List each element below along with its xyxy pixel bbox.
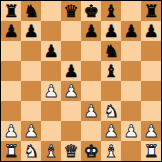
square-b2[interactable]: ♟ [21,121,41,141]
white-pawn-icon: ♟ [63,81,78,101]
white-pawn-icon: ♟ [3,121,18,141]
square-g2[interactable]: ♟ [121,121,141,141]
square-c7[interactable] [41,21,61,41]
square-f6[interactable]: ♞ [101,41,121,61]
black-knight-icon: ♞ [23,1,38,21]
square-a7[interactable]: ♟ [1,21,21,41]
square-h4[interactable] [141,81,161,101]
white-rook-icon: ♜ [3,141,18,161]
square-g3[interactable] [121,101,141,121]
square-c4[interactable]: ♟ [41,81,61,101]
square-h2[interactable]: ♟ [141,121,161,141]
square-h7[interactable]: ♟ [141,21,161,41]
square-b6[interactable] [21,41,41,61]
square-a6[interactable] [1,41,21,61]
square-b5[interactable] [21,61,41,81]
black-knight-icon: ♞ [103,41,118,61]
black-rook-icon: ♜ [143,1,158,21]
square-d2[interactable] [61,121,81,141]
square-d5[interactable]: ♟ [61,61,81,81]
square-f4[interactable] [101,81,121,101]
white-rook-icon: ♜ [143,141,158,161]
square-h3[interactable] [141,101,161,121]
square-e4[interactable] [81,81,101,101]
black-pawn-icon: ♟ [63,61,78,81]
square-d1[interactable]: ♛ [61,141,81,161]
white-pawn-icon: ♟ [43,81,58,101]
white-queen-icon: ♛ [63,141,78,161]
white-king-icon: ♚ [83,141,98,161]
square-g1[interactable] [121,141,141,161]
square-f1[interactable]: ♝ [101,141,121,161]
black-pawn-icon: ♟ [43,41,58,61]
square-h6[interactable] [141,41,161,61]
square-f7[interactable]: ♟ [101,21,121,41]
square-b8[interactable]: ♞ [21,1,41,21]
square-e8[interactable]: ♚ [81,1,101,21]
chess-board: ♜♞♛♚♝♜♟♟♟♟♟♟♟♞♟♝♟♟♟♞♟♟♟♟♟♜♞♝♛♚♝♜ [0,0,162,162]
white-bishop-icon: ♝ [103,141,118,161]
square-g7[interactable]: ♟ [121,21,141,41]
square-c2[interactable] [41,121,61,141]
square-h1[interactable]: ♜ [141,141,161,161]
black-rook-icon: ♜ [3,1,18,21]
black-pawn-icon: ♟ [83,21,98,41]
square-e3[interactable]: ♟ [81,101,101,121]
white-knight-icon: ♞ [23,141,38,161]
square-g8[interactable] [121,1,141,21]
white-pawn-icon: ♟ [83,101,98,121]
white-pawn-icon: ♟ [143,121,158,141]
square-a2[interactable]: ♟ [1,121,21,141]
square-a1[interactable]: ♜ [1,141,21,161]
white-pawn-icon: ♟ [23,121,38,141]
square-a4[interactable] [1,81,21,101]
square-f5[interactable]: ♝ [101,61,121,81]
square-e5[interactable] [81,61,101,81]
square-d3[interactable] [61,101,81,121]
black-pawn-icon: ♟ [143,21,158,41]
square-b7[interactable]: ♟ [21,21,41,41]
square-f2[interactable]: ♟ [101,121,121,141]
white-knight-icon: ♞ [103,101,118,121]
square-c3[interactable] [41,101,61,121]
square-e7[interactable]: ♟ [81,21,101,41]
black-queen-icon: ♛ [63,1,78,21]
square-f3[interactable]: ♞ [101,101,121,121]
square-d8[interactable]: ♛ [61,1,81,21]
square-e2[interactable] [81,121,101,141]
square-c8[interactable] [41,1,61,21]
black-king-icon: ♚ [83,1,98,21]
black-bishop-icon: ♝ [103,1,118,21]
square-g5[interactable] [121,61,141,81]
white-bishop-icon: ♝ [43,141,58,161]
square-h5[interactable] [141,61,161,81]
square-e1[interactable]: ♚ [81,141,101,161]
black-pawn-icon: ♟ [23,21,38,41]
square-e6[interactable] [81,41,101,61]
black-bishop-icon: ♝ [103,61,118,81]
square-d4[interactable]: ♟ [61,81,81,101]
square-a8[interactable]: ♜ [1,1,21,21]
square-a5[interactable] [1,61,21,81]
square-f8[interactable]: ♝ [101,1,121,21]
black-pawn-icon: ♟ [123,21,138,41]
square-h8[interactable]: ♜ [141,1,161,21]
square-a3[interactable] [1,101,21,121]
square-c6[interactable]: ♟ [41,41,61,61]
square-b4[interactable] [21,81,41,101]
white-pawn-icon: ♟ [123,121,138,141]
square-g4[interactable] [121,81,141,101]
square-d7[interactable] [61,21,81,41]
square-b1[interactable]: ♞ [21,141,41,161]
white-pawn-icon: ♟ [103,121,118,141]
black-pawn-icon: ♟ [103,21,118,41]
black-pawn-icon: ♟ [3,21,18,41]
square-b3[interactable] [21,101,41,121]
square-g6[interactable] [121,41,141,61]
square-c1[interactable]: ♝ [41,141,61,161]
square-c5[interactable] [41,61,61,81]
square-d6[interactable] [61,41,81,61]
